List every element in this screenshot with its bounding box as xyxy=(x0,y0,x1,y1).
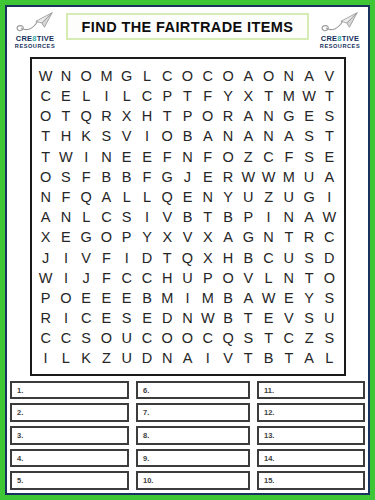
grid-cell-r6c2[interactable]: S xyxy=(56,167,76,187)
grid-cell-r7c13[interactable]: U xyxy=(279,187,299,207)
grid-cell-r9c2[interactable]: E xyxy=(56,228,76,248)
answer-box-3[interactable]: 3. xyxy=(10,426,129,445)
grid-cell-r10c8[interactable]: Q xyxy=(177,248,197,268)
grid-cell-r7c14[interactable]: G xyxy=(299,187,319,207)
grid-cell-r6c9[interactable]: E xyxy=(198,167,218,187)
grid-cell-r9c6[interactable]: Y xyxy=(137,228,157,248)
grid-cell-r5c6[interactable]: E xyxy=(137,147,157,167)
grid-cell-r4c5[interactable]: V xyxy=(117,127,137,147)
answer-number-label: 5. xyxy=(17,476,23,485)
grid-cell-r11c8[interactable]: U xyxy=(177,268,197,288)
grid-cell-r10c1[interactable]: J xyxy=(36,248,56,268)
grid-cell-r8c1[interactable]: A xyxy=(36,207,56,227)
grid-cell-r7c3[interactable]: Q xyxy=(76,187,96,207)
grid-cell-r1c2[interactable]: N xyxy=(56,66,76,86)
grid-cell-r3c5[interactable]: X xyxy=(117,106,137,126)
grid-cell-r2c7[interactable]: P xyxy=(157,86,177,106)
grid-cell-r6c13[interactable]: M xyxy=(279,167,299,187)
grid-cell-r6c6[interactable]: F xyxy=(137,167,157,187)
grid-cell-r1c7[interactable]: C xyxy=(157,66,177,86)
answer-number-label: 4. xyxy=(17,454,23,463)
grid-cell-r15c1[interactable]: I xyxy=(36,349,56,369)
answer-number-label: 3. xyxy=(17,431,23,440)
brand-logo-left: CRE8TIVE RESOURCES xyxy=(11,11,59,49)
grid-cell-r2c5[interactable]: L xyxy=(117,86,137,106)
grid-cell-r14c9[interactable]: C xyxy=(198,328,218,348)
answer-box-14[interactable]: 14. xyxy=(257,449,365,468)
grid-cell-r12c7[interactable]: M xyxy=(157,288,177,308)
worksheet-inner: CRE8TIVE RESOURCES FIND THE FAIRTRADE IT… xyxy=(5,5,370,495)
grid-cell-r12c11[interactable]: A xyxy=(238,288,258,308)
grid-cell-r5c14[interactable]: S xyxy=(299,147,319,167)
grid-cell-r3c15[interactable]: S xyxy=(319,106,339,126)
grid-cell-r5c3[interactable]: I xyxy=(76,147,96,167)
grid-cell-r12c9[interactable]: M xyxy=(198,288,218,308)
grid-cell-r12c12[interactable]: W xyxy=(258,288,278,308)
grid-cell-r4c14[interactable]: S xyxy=(299,127,319,147)
answer-number-label: 12. xyxy=(264,408,274,417)
grid-cell-r2c14[interactable]: W xyxy=(299,86,319,106)
grid-cell-r11c7[interactable]: H xyxy=(157,268,177,288)
grid-cell-r8c15[interactable]: W xyxy=(319,207,339,227)
grid-cell-r8c9[interactable]: T xyxy=(198,207,218,227)
grid-cell-r5c15[interactable]: E xyxy=(319,147,339,167)
grid-cell-r2c9[interactable]: F xyxy=(198,86,218,106)
grid-cell-r5c13[interactable]: F xyxy=(279,147,299,167)
grid-cell-r7c11[interactable]: U xyxy=(238,187,258,207)
grid-cell-r2c1[interactable]: C xyxy=(36,86,56,106)
grid-cell-r4c4[interactable]: S xyxy=(96,127,116,147)
paper-airplane-icon xyxy=(319,11,361,35)
grid-cell-r14c12[interactable]: T xyxy=(258,328,278,348)
grid-cell-r14c2[interactable]: C xyxy=(56,328,76,348)
grid-cell-r2c4[interactable]: I xyxy=(96,86,116,106)
grid-cell-r9c12[interactable]: N xyxy=(258,228,278,248)
grid-cell-r8c14[interactable]: A xyxy=(299,207,319,227)
grid-cell-r14c5[interactable]: U xyxy=(117,328,137,348)
answer-number-label: 1. xyxy=(17,386,23,395)
grid-cell-r14c8[interactable]: O xyxy=(177,328,197,348)
grid-cell-r8c4[interactable]: C xyxy=(96,207,116,227)
grid-cell-r4c12[interactable]: N xyxy=(258,127,278,147)
grid-cell-r2c10[interactable]: Y xyxy=(218,86,238,106)
grid-cell-r6c11[interactable]: W xyxy=(238,167,258,187)
grid-cell-r13c15[interactable]: U xyxy=(319,308,339,328)
grid-cell-r7c10[interactable]: Y xyxy=(218,187,238,207)
grid-cell-r7c4[interactable]: A xyxy=(96,187,116,207)
grid-cell-r5c4[interactable]: N xyxy=(96,147,116,167)
grid-cell-r11c15[interactable]: O xyxy=(319,268,339,288)
grid-cell-r8c5[interactable]: S xyxy=(117,207,137,227)
grid-cell-r7c9[interactable]: N xyxy=(198,187,218,207)
grid-cell-r15c13[interactable]: T xyxy=(279,349,299,369)
grid-cell-r6c3[interactable]: F xyxy=(76,167,96,187)
grid-cell-r7c6[interactable]: L xyxy=(137,187,157,207)
grid-cell-r13c4[interactable]: E xyxy=(96,308,116,328)
grid-cell-r12c5[interactable]: E xyxy=(117,288,137,308)
grid-cell-r1c1[interactable]: W xyxy=(36,66,56,86)
answer-box-11[interactable]: 11. xyxy=(257,381,365,400)
grid-cell-r3c12[interactable]: N xyxy=(258,106,278,126)
grid-cell-r13c2[interactable]: I xyxy=(56,308,76,328)
grid-cell-r13c8[interactable]: N xyxy=(177,308,197,328)
grid-cell-r7c7[interactable]: Q xyxy=(157,187,177,207)
grid-cell-r3c4[interactable]: R xyxy=(96,106,116,126)
grid-cell-r11c14[interactable]: T xyxy=(299,268,319,288)
grid-cell-r9c5[interactable]: P xyxy=(117,228,137,248)
grid-cell-r12c10[interactable]: B xyxy=(218,288,238,308)
grid-cell-r11c10[interactable]: O xyxy=(218,268,238,288)
grid-cell-r9c7[interactable]: X xyxy=(157,228,177,248)
answer-box-8[interactable]: 8. xyxy=(136,426,250,445)
grid-cell-r1c5[interactable]: G xyxy=(117,66,137,86)
grid-cell-r5c7[interactable]: F xyxy=(157,147,177,167)
answer-box-15[interactable]: 15. xyxy=(257,471,365,490)
grid-cell-r6c12[interactable]: W xyxy=(258,167,278,187)
answer-box-2[interactable]: 2. xyxy=(10,403,129,422)
grid-cell-r1c6[interactable]: L xyxy=(137,66,157,86)
grid-cell-r3c13[interactable]: G xyxy=(279,106,299,126)
grid-cell-r9c8[interactable]: V xyxy=(177,228,197,248)
grid-cell-r13c3[interactable]: C xyxy=(76,308,96,328)
grid-cell-r10c13[interactable]: U xyxy=(279,248,299,268)
answer-box-13[interactable]: 13. xyxy=(257,426,365,445)
grid-cell-r15c15[interactable]: L xyxy=(319,349,339,369)
grid-cell-r7c15[interactable]: I xyxy=(319,187,339,207)
grid-cell-r15c8[interactable]: A xyxy=(177,349,197,369)
grid-cell-r9c1[interactable]: X xyxy=(36,228,56,248)
brand-logo-text: CRE8TIVE RESOURCES xyxy=(15,35,55,49)
grid-cell-r7c2[interactable]: F xyxy=(56,187,76,207)
grid-cell-r15c3[interactable]: K xyxy=(76,349,96,369)
grid-cell-r6c7[interactable]: G xyxy=(157,167,177,187)
grid-cell-r3c9[interactable]: O xyxy=(198,106,218,126)
brand-logo-right: CRE8TIVE RESOURCES xyxy=(316,11,364,49)
grid-cell-r12c8[interactable]: I xyxy=(177,288,197,308)
grid-cell-r6c14[interactable]: U xyxy=(299,167,319,187)
grid-cell-r8c7[interactable]: V xyxy=(157,207,177,227)
grid-cell-r3c2[interactable]: T xyxy=(56,106,76,126)
grid-cell-r14c3[interactable]: S xyxy=(76,328,96,348)
grid-cell-r2c13[interactable]: M xyxy=(279,86,299,106)
grid-cell-r12c15[interactable]: S xyxy=(319,288,339,308)
grid-cell-r2c11[interactable]: X xyxy=(238,86,258,106)
grid-cell-r10c9[interactable]: X xyxy=(198,248,218,268)
answer-number-label: 15. xyxy=(264,476,274,485)
grid-cell-r7c1[interactable]: N xyxy=(36,187,56,207)
grid-cell-r10c5[interactable]: I xyxy=(117,248,137,268)
grid-cell-r3c11[interactable]: A xyxy=(238,106,258,126)
grid-cell-r2c3[interactable]: L xyxy=(76,86,96,106)
grid-cell-r15c7[interactable]: N xyxy=(157,349,177,369)
header: CRE8TIVE RESOURCES FIND THE FAIRTRADE IT… xyxy=(9,9,366,55)
grid-cell-r3c7[interactable]: T xyxy=(157,106,177,126)
grid-cell-r4c3[interactable]: K xyxy=(76,127,96,147)
grid-cell-r14c11[interactable]: S xyxy=(238,328,258,348)
grid-cell-r5c2[interactable]: W xyxy=(56,147,76,167)
grid-cell-r13c13[interactable]: V xyxy=(279,308,299,328)
grid-cell-r2c12[interactable]: T xyxy=(258,86,278,106)
answer-column: 6.7.8.9.10. xyxy=(136,381,250,490)
grid-cell-r5c8[interactable]: N xyxy=(177,147,197,167)
grid-cell-r3c1[interactable]: O xyxy=(36,106,56,126)
grid-cell-r15c6[interactable]: D xyxy=(137,349,157,369)
grid-cell-r13c6[interactable]: E xyxy=(137,308,157,328)
answer-box-9[interactable]: 9. xyxy=(136,449,250,468)
grid-cell-r1c8[interactable]: O xyxy=(177,66,197,86)
answer-box-7[interactable]: 7. xyxy=(136,403,250,422)
grid-cell-r13c11[interactable]: T xyxy=(238,308,258,328)
grid-cell-r2c8[interactable]: T xyxy=(177,86,197,106)
grid-cell-r3c10[interactable]: R xyxy=(218,106,238,126)
grid-cell-r3c6[interactable]: H xyxy=(137,106,157,126)
grid-cell-r3c14[interactable]: E xyxy=(299,106,319,126)
grid-cell-r8c6[interactable]: I xyxy=(137,207,157,227)
grid-cell-r15c14[interactable]: A xyxy=(299,349,319,369)
grid-cell-r6c15[interactable]: A xyxy=(319,167,339,187)
grid-cell-r6c5[interactable]: B xyxy=(117,167,137,187)
grid-cell-r11c6[interactable]: C xyxy=(137,268,157,288)
grid-cell-r3c3[interactable]: Q xyxy=(76,106,96,126)
grid-cell-r13c9[interactable]: W xyxy=(198,308,218,328)
answer-number-label: 9. xyxy=(143,454,149,463)
grid-cell-r2c15[interactable]: T xyxy=(319,86,339,106)
grid-cell-r4c7[interactable]: O xyxy=(157,127,177,147)
paper-airplane-icon xyxy=(14,11,56,35)
answer-column: 1.2.3.4.5. xyxy=(10,381,129,490)
grid-cell-r2c2[interactable]: E xyxy=(56,86,76,106)
grid-cell-r8c13[interactable]: N xyxy=(279,207,299,227)
grid-cell-r1c11[interactable]: A xyxy=(238,66,258,86)
grid-cell-r10c12[interactable]: C xyxy=(258,248,278,268)
grid-cell-r1c3[interactable]: O xyxy=(76,66,96,86)
grid-cell-r12c14[interactable]: Y xyxy=(299,288,319,308)
grid-cell-r10c7[interactable]: T xyxy=(157,248,177,268)
grid-cell-r14c15[interactable]: S xyxy=(319,328,339,348)
grid-cell-r8c3[interactable]: L xyxy=(76,207,96,227)
grid-cell-r4c13[interactable]: A xyxy=(279,127,299,147)
answer-number-label: 13. xyxy=(264,431,274,440)
grid-cell-r11c9[interactable]: P xyxy=(198,268,218,288)
page-title: FIND THE FAIRTRADE ITEMS xyxy=(66,13,309,40)
worksheet-page: CRE8TIVE RESOURCES FIND THE FAIRTRADE IT… xyxy=(0,0,375,500)
grid-cell-r11c2[interactable]: I xyxy=(56,268,76,288)
answer-box-5[interactable]: 5. xyxy=(10,471,129,490)
grid-cell-r12c2[interactable]: O xyxy=(56,288,76,308)
grid-cell-r12c6[interactable]: B xyxy=(137,288,157,308)
grid-cell-r10c10[interactable]: H xyxy=(218,248,238,268)
answer-box-6[interactable]: 6. xyxy=(136,381,250,400)
grid-cell-r3c8[interactable]: P xyxy=(177,106,197,126)
answer-box-12[interactable]: 12. xyxy=(257,403,365,422)
grid-cell-r12c4[interactable]: E xyxy=(96,288,116,308)
grid-cell-r12c13[interactable]: E xyxy=(279,288,299,308)
grid-cell-r15c10[interactable]: V xyxy=(218,349,238,369)
grid-cell-r15c2[interactable]: L xyxy=(56,349,76,369)
grid-cell-r13c1[interactable]: R xyxy=(36,308,56,328)
answer-number-label: 10. xyxy=(143,476,153,485)
grid-cell-r9c14[interactable]: R xyxy=(299,228,319,248)
grid-cell-r9c11[interactable]: G xyxy=(238,228,258,248)
answer-number-label: 7. xyxy=(143,408,149,417)
answer-column: 11.12.13.14.15. xyxy=(257,381,365,490)
grid-cell-r9c3[interactable]: G xyxy=(76,228,96,248)
grid-cell-r9c10[interactable]: A xyxy=(218,228,238,248)
grid-cell-r14c10[interactable]: Q xyxy=(218,328,238,348)
answer-box-4[interactable]: 4. xyxy=(10,449,129,468)
grid-cell-r5c1[interactable]: T xyxy=(36,147,56,167)
grid-cell-r8c10[interactable]: B xyxy=(218,207,238,227)
grid-cell-r11c1[interactable]: W xyxy=(36,268,56,288)
grid-cell-r13c10[interactable]: B xyxy=(218,308,238,328)
grid-cell-r10c2[interactable]: I xyxy=(56,248,76,268)
grid-cell-r1c10[interactable]: O xyxy=(218,66,238,86)
grid-cell-r8c8[interactable]: B xyxy=(177,207,197,227)
grid-cell-r12c3[interactable]: E xyxy=(76,288,96,308)
grid-cell-r15c5[interactable]: U xyxy=(117,349,137,369)
grid-cell-r13c7[interactable]: D xyxy=(157,308,177,328)
grid-cell-r1c12[interactable]: O xyxy=(258,66,278,86)
grid-cell-r6c10[interactable]: R xyxy=(218,167,238,187)
answer-number-label: 8. xyxy=(143,431,149,440)
grid-cell-r10c15[interactable]: D xyxy=(319,248,339,268)
grid-cell-r6c8[interactable]: J xyxy=(177,167,197,187)
grid-cell-r14c7[interactable]: O xyxy=(157,328,177,348)
grid-cell-r4c8[interactable]: B xyxy=(177,127,197,147)
grid-cell-r11c11[interactable]: V xyxy=(238,268,258,288)
grid-cell-r6c1[interactable]: O xyxy=(36,167,56,187)
grid-cell-r1c4[interactable]: M xyxy=(96,66,116,86)
grid-cell-r10c3[interactable]: V xyxy=(76,248,96,268)
grid-cell-r7c8[interactable]: E xyxy=(177,187,197,207)
answer-number-label: 11. xyxy=(264,386,274,395)
grid-cell-r1c9[interactable]: C xyxy=(198,66,218,86)
grid-cell-r1c15[interactable]: V xyxy=(319,66,339,86)
grid-cell-r11c12[interactable]: L xyxy=(258,268,278,288)
grid-cell-r9c9[interactable]: X xyxy=(198,228,218,248)
grid-cell-r4c15[interactable]: T xyxy=(319,127,339,147)
grid-cell-r9c13[interactable]: T xyxy=(279,228,299,248)
grid-cell-r9c4[interactable]: O xyxy=(96,228,116,248)
grid-cell-r7c5[interactable]: L xyxy=(117,187,137,207)
grid-cell-r15c11[interactable]: T xyxy=(238,349,258,369)
grid-cell-r13c12[interactable]: E xyxy=(258,308,278,328)
grid-cell-r2c6[interactable]: C xyxy=(137,86,157,106)
grid-cell-r15c12[interactable]: B xyxy=(258,349,278,369)
grid-cell-r4c9[interactable]: A xyxy=(198,127,218,147)
grid-cell-r11c5[interactable]: C xyxy=(117,268,137,288)
grid-cell-r5c12[interactable]: C xyxy=(258,147,278,167)
answer-number-label: 14. xyxy=(264,454,274,463)
grid-cell-r5c10[interactable]: O xyxy=(218,147,238,167)
grid-cell-r10c6[interactable]: D xyxy=(137,248,157,268)
word-search-grid: WNOMGLCOCOAONAVCELILCPTFYXTMWTOTQRXHTPOR… xyxy=(36,66,340,369)
word-search-board: WNOMGLCOCOAONAVCELILCPTFYXTMWTOTQRXHTPOR… xyxy=(30,57,346,376)
grid-cell-r14c14[interactable]: Z xyxy=(299,328,319,348)
grid-cell-r10c11[interactable]: B xyxy=(238,248,258,268)
grid-cell-r8c11[interactable]: P xyxy=(238,207,258,227)
answer-lines-section: 1.2.3.4.5.6.7.8.9.10.11.12.13.14.15. xyxy=(10,381,365,490)
grid-cell-r11c4[interactable]: F xyxy=(96,268,116,288)
grid-cell-r4c6[interactable]: I xyxy=(137,127,157,147)
grid-cell-r14c4[interactable]: O xyxy=(96,328,116,348)
grid-cell-r7c12[interactable]: Z xyxy=(258,187,278,207)
answer-number-label: 6. xyxy=(143,386,149,395)
grid-cell-r8c12[interactable]: I xyxy=(258,207,278,227)
grid-cell-r4c11[interactable]: A xyxy=(238,127,258,147)
grid-cell-r4c10[interactable]: N xyxy=(218,127,238,147)
grid-cell-r9c15[interactable]: C xyxy=(319,228,339,248)
answer-number-label: 2. xyxy=(17,408,23,417)
grid-cell-r11c3[interactable]: J xyxy=(76,268,96,288)
grid-cell-r5c11[interactable]: Z xyxy=(238,147,258,167)
grid-cell-r13c14[interactable]: S xyxy=(299,308,319,328)
answer-box-10[interactable]: 10. xyxy=(136,471,250,490)
grid-cell-r4c1[interactable]: T xyxy=(36,127,56,147)
grid-cell-r10c14[interactable]: S xyxy=(299,248,319,268)
grid-cell-r4c2[interactable]: H xyxy=(56,127,76,147)
grid-cell-r15c4[interactable]: Z xyxy=(96,349,116,369)
grid-cell-r5c9[interactable]: F xyxy=(198,147,218,167)
grid-cell-r6c4[interactable]: B xyxy=(96,167,116,187)
grid-cell-r12c1[interactable]: P xyxy=(36,288,56,308)
grid-cell-r8c2[interactable]: N xyxy=(56,207,76,227)
grid-cell-r5c5[interactable]: E xyxy=(117,147,137,167)
grid-cell-r11c13[interactable]: N xyxy=(279,268,299,288)
answer-box-1[interactable]: 1. xyxy=(10,381,129,400)
grid-cell-r14c1[interactable]: C xyxy=(36,328,56,348)
grid-cell-r1c13[interactable]: N xyxy=(279,66,299,86)
grid-cell-r15c9[interactable]: I xyxy=(198,349,218,369)
brand-logo-text: CRE8TIVE RESOURCES xyxy=(320,35,360,49)
grid-cell-r10c4[interactable]: F xyxy=(96,248,116,268)
grid-cell-r14c13[interactable]: C xyxy=(279,328,299,348)
grid-cell-r1c14[interactable]: A xyxy=(299,66,319,86)
grid-cell-r14c6[interactable]: C xyxy=(137,328,157,348)
grid-cell-r13c5[interactable]: S xyxy=(117,308,137,328)
